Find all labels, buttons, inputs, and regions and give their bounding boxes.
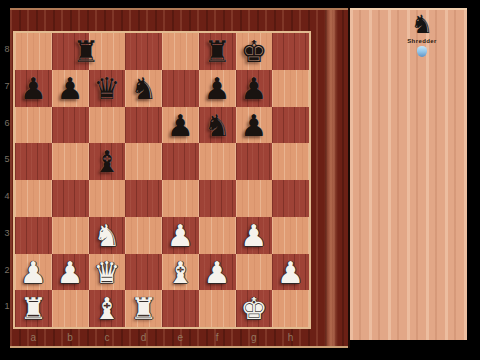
square-g4[interactable] bbox=[236, 180, 273, 217]
file-label-d: d bbox=[125, 330, 162, 345]
rank-label-7: 7 bbox=[1, 68, 13, 105]
square-e6[interactable]: ♟ bbox=[162, 107, 199, 144]
square-a4[interactable] bbox=[15, 180, 52, 217]
rank-label-8: 8 bbox=[1, 31, 13, 68]
white-knight-c3[interactable]: ♞ bbox=[89, 217, 126, 254]
square-c2[interactable]: ♛ bbox=[89, 254, 126, 291]
white-bishop-e2[interactable]: ♝ bbox=[162, 254, 199, 291]
square-g5[interactable] bbox=[236, 143, 273, 180]
white-pawn-a2[interactable]: ♟ bbox=[15, 254, 52, 291]
black-pawn-e6[interactable]: ♟ bbox=[162, 107, 199, 144]
rank-label-6: 6 bbox=[1, 105, 13, 142]
square-c3[interactable]: ♞ bbox=[89, 217, 126, 254]
file-label-a: a bbox=[15, 330, 52, 345]
square-b6[interactable] bbox=[52, 107, 89, 144]
square-h7[interactable] bbox=[272, 70, 309, 107]
square-e1[interactable] bbox=[162, 290, 199, 327]
square-f6[interactable]: ♞ bbox=[199, 107, 236, 144]
square-b5[interactable] bbox=[52, 143, 89, 180]
square-a7[interactable]: ♟ bbox=[15, 70, 52, 107]
square-b3[interactable] bbox=[52, 217, 89, 254]
file-label-e: e bbox=[162, 330, 199, 345]
square-h3[interactable] bbox=[272, 217, 309, 254]
square-e3[interactable]: ♟ bbox=[162, 217, 199, 254]
square-d3[interactable] bbox=[125, 217, 162, 254]
side-panel: ♞ Shredder 15.Ac4-e2Ta8-c816.Ac1-d2Dc7-b… bbox=[350, 8, 467, 340]
square-d2[interactable] bbox=[125, 254, 162, 291]
rank-label-4: 4 bbox=[1, 178, 13, 215]
white-pawn-e3[interactable]: ♟ bbox=[162, 217, 199, 254]
square-c4[interactable] bbox=[89, 180, 126, 217]
white-rook-d1[interactable]: ♜ bbox=[125, 290, 162, 327]
logo-wordmark: Shredder bbox=[407, 38, 437, 45]
chess-board-frame: ♜♜♚♟♟♛♞♟♟♟♞♟♝♞♟♟♟♟♛♝♟♟♜♝♜♚ bbox=[10, 8, 348, 348]
file-label-c: c bbox=[89, 330, 126, 345]
square-b1[interactable] bbox=[52, 290, 89, 327]
knight-silhouette-icon: ♞ bbox=[411, 12, 433, 38]
black-pawn-g6[interactable]: ♟ bbox=[236, 107, 273, 144]
square-c8[interactable]: ♜ bbox=[89, 33, 126, 70]
square-f3[interactable] bbox=[199, 217, 236, 254]
square-b2[interactable]: ♟ bbox=[52, 254, 89, 291]
white-king-g1[interactable]: ♚ bbox=[236, 290, 273, 327]
white-pawn-g3[interactable]: ♟ bbox=[236, 217, 273, 254]
square-c5[interactable]: ♝ bbox=[89, 143, 126, 180]
wood-grain-streak bbox=[324, 10, 338, 346]
rank-label-1: 1 bbox=[1, 288, 13, 325]
chess-board: ♜♜♚♟♟♛♞♟♟♟♞♟♝♞♟♟♟♟♛♝♟♟♜♝♜♚ bbox=[15, 33, 309, 327]
square-c1[interactable]: ♝ bbox=[89, 290, 126, 327]
file-label-g: g bbox=[236, 330, 273, 345]
white-rook-a1[interactable]: ♜ bbox=[15, 290, 52, 327]
rank-label-2: 2 bbox=[1, 252, 13, 289]
square-c7[interactable]: ♛ bbox=[89, 70, 126, 107]
square-a2[interactable]: ♟ bbox=[15, 254, 52, 291]
square-d7[interactable]: ♞ bbox=[125, 70, 162, 107]
board-inner-border: ♜♜♚♟♟♛♞♟♟♟♞♟♝♞♟♟♟♟♛♝♟♟♜♝♜♚ bbox=[13, 31, 311, 329]
file-label-h: h bbox=[272, 330, 309, 345]
black-knight-d7[interactable]: ♞ bbox=[125, 70, 162, 107]
square-d1[interactable]: ♜ bbox=[125, 290, 162, 327]
white-pawn-f2[interactable]: ♟ bbox=[199, 254, 236, 291]
square-f4[interactable] bbox=[199, 180, 236, 217]
square-a5[interactable] bbox=[15, 143, 52, 180]
square-h4[interactable] bbox=[272, 180, 309, 217]
black-king-g8[interactable]: ♚ bbox=[236, 33, 273, 70]
file-label-f: f bbox=[199, 330, 236, 345]
square-e5[interactable] bbox=[162, 143, 199, 180]
square-c6[interactable] bbox=[89, 107, 126, 144]
square-d6[interactable] bbox=[125, 107, 162, 144]
square-d8[interactable] bbox=[125, 33, 162, 70]
shredder-logo: ♞ Shredder bbox=[392, 12, 452, 57]
square-g8[interactable]: ♚ bbox=[236, 33, 273, 70]
square-f5[interactable] bbox=[199, 143, 236, 180]
square-g2[interactable] bbox=[236, 254, 273, 291]
rank-label-5: 5 bbox=[1, 141, 13, 178]
square-h1[interactable] bbox=[272, 290, 309, 327]
black-bishop-c5[interactable]: ♝ bbox=[89, 143, 126, 180]
square-g1[interactable]: ♚ bbox=[236, 290, 273, 327]
square-a6[interactable] bbox=[15, 107, 52, 144]
square-a1[interactable]: ♜ bbox=[15, 290, 52, 327]
square-g3[interactable]: ♟ bbox=[236, 217, 273, 254]
square-d5[interactable] bbox=[125, 143, 162, 180]
white-queen-c2[interactable]: ♛ bbox=[89, 254, 126, 291]
square-e8[interactable] bbox=[162, 33, 199, 70]
square-a8[interactable] bbox=[15, 33, 52, 70]
square-h5[interactable] bbox=[272, 143, 309, 180]
square-g6[interactable]: ♟ bbox=[236, 107, 273, 144]
square-f7[interactable]: ♟ bbox=[199, 70, 236, 107]
black-rook-f8[interactable]: ♜ bbox=[199, 33, 236, 70]
black-queen-c7[interactable]: ♛ bbox=[89, 70, 126, 107]
square-h8[interactable] bbox=[272, 33, 309, 70]
square-b4[interactable] bbox=[52, 180, 89, 217]
white-bishop-c1[interactable]: ♝ bbox=[89, 290, 126, 327]
square-f1[interactable] bbox=[199, 290, 236, 327]
square-e7[interactable] bbox=[162, 70, 199, 107]
rank-label-3: 3 bbox=[1, 215, 13, 252]
black-pawn-f7[interactable]: ♟ bbox=[199, 70, 236, 107]
square-h2[interactable]: ♟ bbox=[272, 254, 309, 291]
black-pawn-b7[interactable]: ♟ bbox=[52, 70, 89, 107]
black-rook-c8[interactable]: ♜ bbox=[68, 33, 105, 70]
square-b7[interactable]: ♟ bbox=[52, 70, 89, 107]
black-pawn-a7[interactable]: ♟ bbox=[15, 70, 52, 107]
white-pawn-b2[interactable]: ♟ bbox=[52, 254, 89, 291]
blue-drop-icon bbox=[417, 46, 427, 57]
square-a3[interactable] bbox=[15, 217, 52, 254]
square-g7[interactable]: ♟ bbox=[236, 70, 273, 107]
square-e4[interactable] bbox=[162, 180, 199, 217]
white-pawn-h2[interactable]: ♟ bbox=[272, 254, 309, 291]
square-h6[interactable] bbox=[272, 107, 309, 144]
square-f2[interactable]: ♟ bbox=[199, 254, 236, 291]
black-knight-f6[interactable]: ♞ bbox=[199, 107, 236, 144]
square-e2[interactable]: ♝ bbox=[162, 254, 199, 291]
square-f8[interactable]: ♜ bbox=[199, 33, 236, 70]
file-label-b: b bbox=[52, 330, 89, 345]
black-pawn-g7[interactable]: ♟ bbox=[236, 70, 273, 107]
shredder-window: ♜♜♚♟♟♛♞♟♟♟♞♟♝♞♟♟♟♟♛♝♟♟♜♝♜♚ 87654321 abcd… bbox=[0, 0, 480, 360]
square-d4[interactable] bbox=[125, 180, 162, 217]
